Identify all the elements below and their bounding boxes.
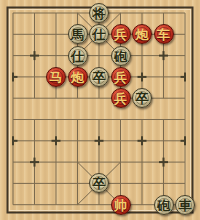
piece-glyph: 仕 (71, 50, 84, 63)
piece-glyph: 馬 (71, 28, 84, 41)
piece-glyph: 将 (93, 7, 106, 20)
piece-red-cannon[interactable]: 炮 (68, 67, 88, 87)
piece-red-general[interactable]: 帅 (111, 195, 131, 215)
piece-glyph: 卒 (93, 177, 106, 190)
piece-glyph: 卒 (93, 71, 106, 84)
piece-black-soldier[interactable]: 卒 (89, 67, 109, 87)
piece-glyph: 車 (179, 199, 192, 212)
piece-glyph: 帅 (114, 199, 127, 212)
piece-glyph: 砲 (157, 199, 170, 212)
piece-red-chariot[interactable]: 车 (154, 24, 174, 44)
piece-black-horse[interactable]: 馬 (68, 24, 88, 44)
xiangqi-board[interactable]: 将馬仕兵炮车仕砲马炮卒兵兵卒卒帅砲車 (0, 0, 200, 220)
piece-red-horse[interactable]: 马 (46, 67, 66, 87)
piece-glyph: 仕 (93, 28, 106, 41)
piece-black-general[interactable]: 将 (89, 3, 109, 23)
piece-black-chariot[interactable]: 車 (175, 195, 195, 215)
piece-glyph: 兵 (114, 28, 127, 41)
piece-red-soldier[interactable]: 兵 (111, 24, 131, 44)
piece-glyph: 车 (157, 28, 170, 41)
piece-glyph: 炮 (71, 71, 84, 84)
piece-glyph: 马 (50, 71, 63, 84)
piece-black-cannon[interactable]: 砲 (154, 195, 174, 215)
piece-red-soldier[interactable]: 兵 (111, 67, 131, 87)
piece-glyph: 卒 (136, 92, 149, 105)
piece-red-soldier[interactable]: 兵 (111, 88, 131, 108)
piece-black-cannon[interactable]: 砲 (111, 46, 131, 66)
piece-glyph: 炮 (136, 28, 149, 41)
piece-black-advisor[interactable]: 仕 (68, 46, 88, 66)
piece-glyph: 砲 (114, 50, 127, 63)
piece-glyph: 兵 (114, 92, 127, 105)
piece-glyph: 兵 (114, 71, 127, 84)
